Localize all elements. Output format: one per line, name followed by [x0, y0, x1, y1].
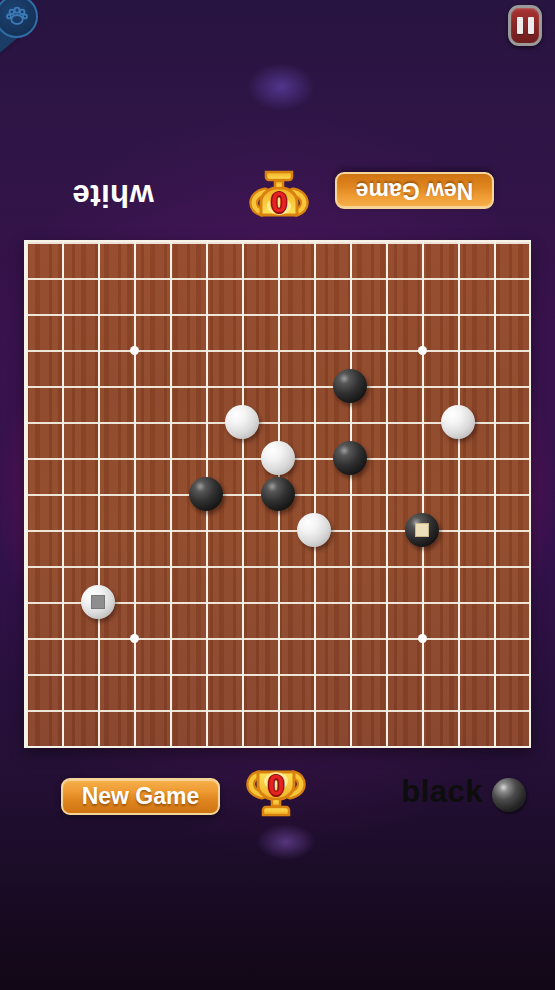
star-point — [418, 346, 427, 355]
bottom-player-stone-icon — [492, 778, 526, 812]
white-stone — [297, 513, 331, 547]
game-screen: New Game 0 white — [0, 0, 555, 990]
pause-icon — [528, 17, 534, 34]
black-stone — [333, 441, 367, 475]
top-player-bar: New Game 0 white — [0, 167, 555, 219]
top-player-name: white — [72, 177, 154, 213]
top-new-game-button[interactable]: New Game — [335, 172, 494, 209]
black-stone — [261, 477, 295, 511]
bottom-new-game-button[interactable]: New Game — [61, 778, 220, 815]
paw-badge-button[interactable] — [0, 0, 38, 38]
star-point — [130, 346, 139, 355]
pause-icon — [517, 17, 523, 34]
star-point — [418, 634, 427, 643]
pause-button[interactable] — [508, 5, 542, 46]
star-point — [130, 634, 139, 643]
bottom-trophy-icon: 0 — [246, 768, 306, 820]
last-move-marker — [92, 596, 104, 608]
white-stone — [81, 585, 115, 619]
top-player-score: 0 — [249, 185, 309, 218]
black-stone — [189, 477, 223, 511]
bottom-player-bar: New Game 0 black — [0, 768, 555, 820]
last-move-marker — [416, 524, 428, 536]
paw-icon — [4, 1, 30, 33]
gomoku-board[interactable] — [24, 240, 531, 748]
bottom-player-name: black — [401, 774, 483, 810]
black-stone — [333, 369, 367, 403]
white-stone — [261, 441, 295, 475]
white-stone — [441, 405, 475, 439]
top-trophy-icon: 0 — [249, 167, 309, 219]
black-stone — [405, 513, 439, 547]
bottom-player-score: 0 — [246, 769, 306, 802]
white-stone — [225, 405, 259, 439]
